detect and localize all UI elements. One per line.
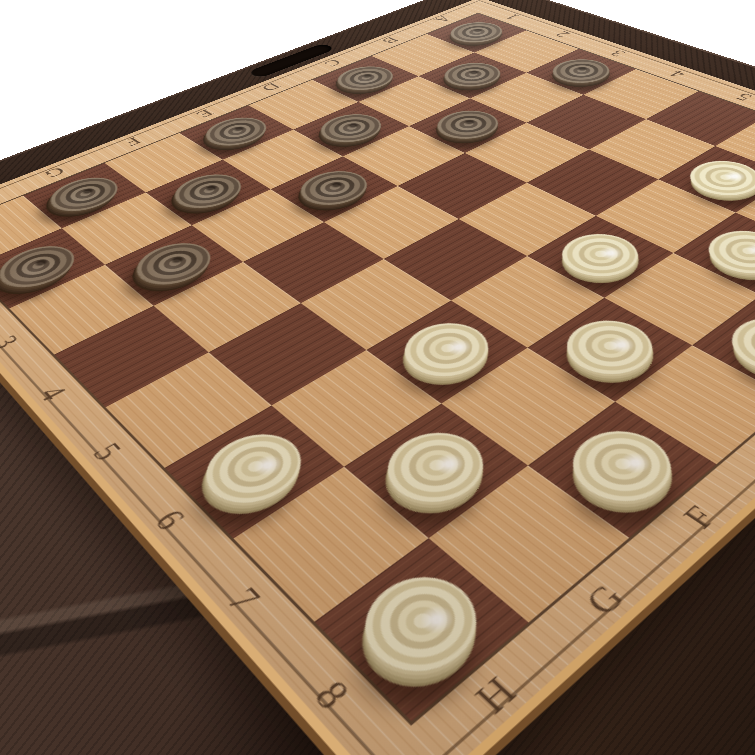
rank-label-5: 5 — [87, 439, 127, 466]
rank-label-3: 3 — [607, 48, 629, 57]
rank-label-6: 6 — [148, 504, 191, 535]
rank-label-4: 4 — [34, 382, 72, 405]
rank-label-4: 4 — [667, 69, 690, 79]
rank-label-8: 8 — [307, 674, 357, 717]
product-photo: 12345678 12345678 ABCDEFGH ABCDEFGH — [0, 0, 755, 755]
file-label-c: C — [321, 58, 344, 68]
file-label-f: F — [678, 502, 724, 535]
file-label-g: G — [580, 580, 633, 623]
rank-label-3: 3 — [0, 332, 24, 353]
rank-label-7: 7 — [221, 582, 267, 618]
rank-label-2: 2 — [553, 30, 574, 39]
rank-label-1: 1 — [502, 13, 523, 21]
file-label-h: H — [469, 672, 525, 723]
file-label-e: E — [193, 108, 216, 119]
file-label-b: B — [378, 36, 401, 45]
file-label-f: F — [121, 136, 144, 148]
rank-label-5: 5 — [732, 91, 755, 102]
